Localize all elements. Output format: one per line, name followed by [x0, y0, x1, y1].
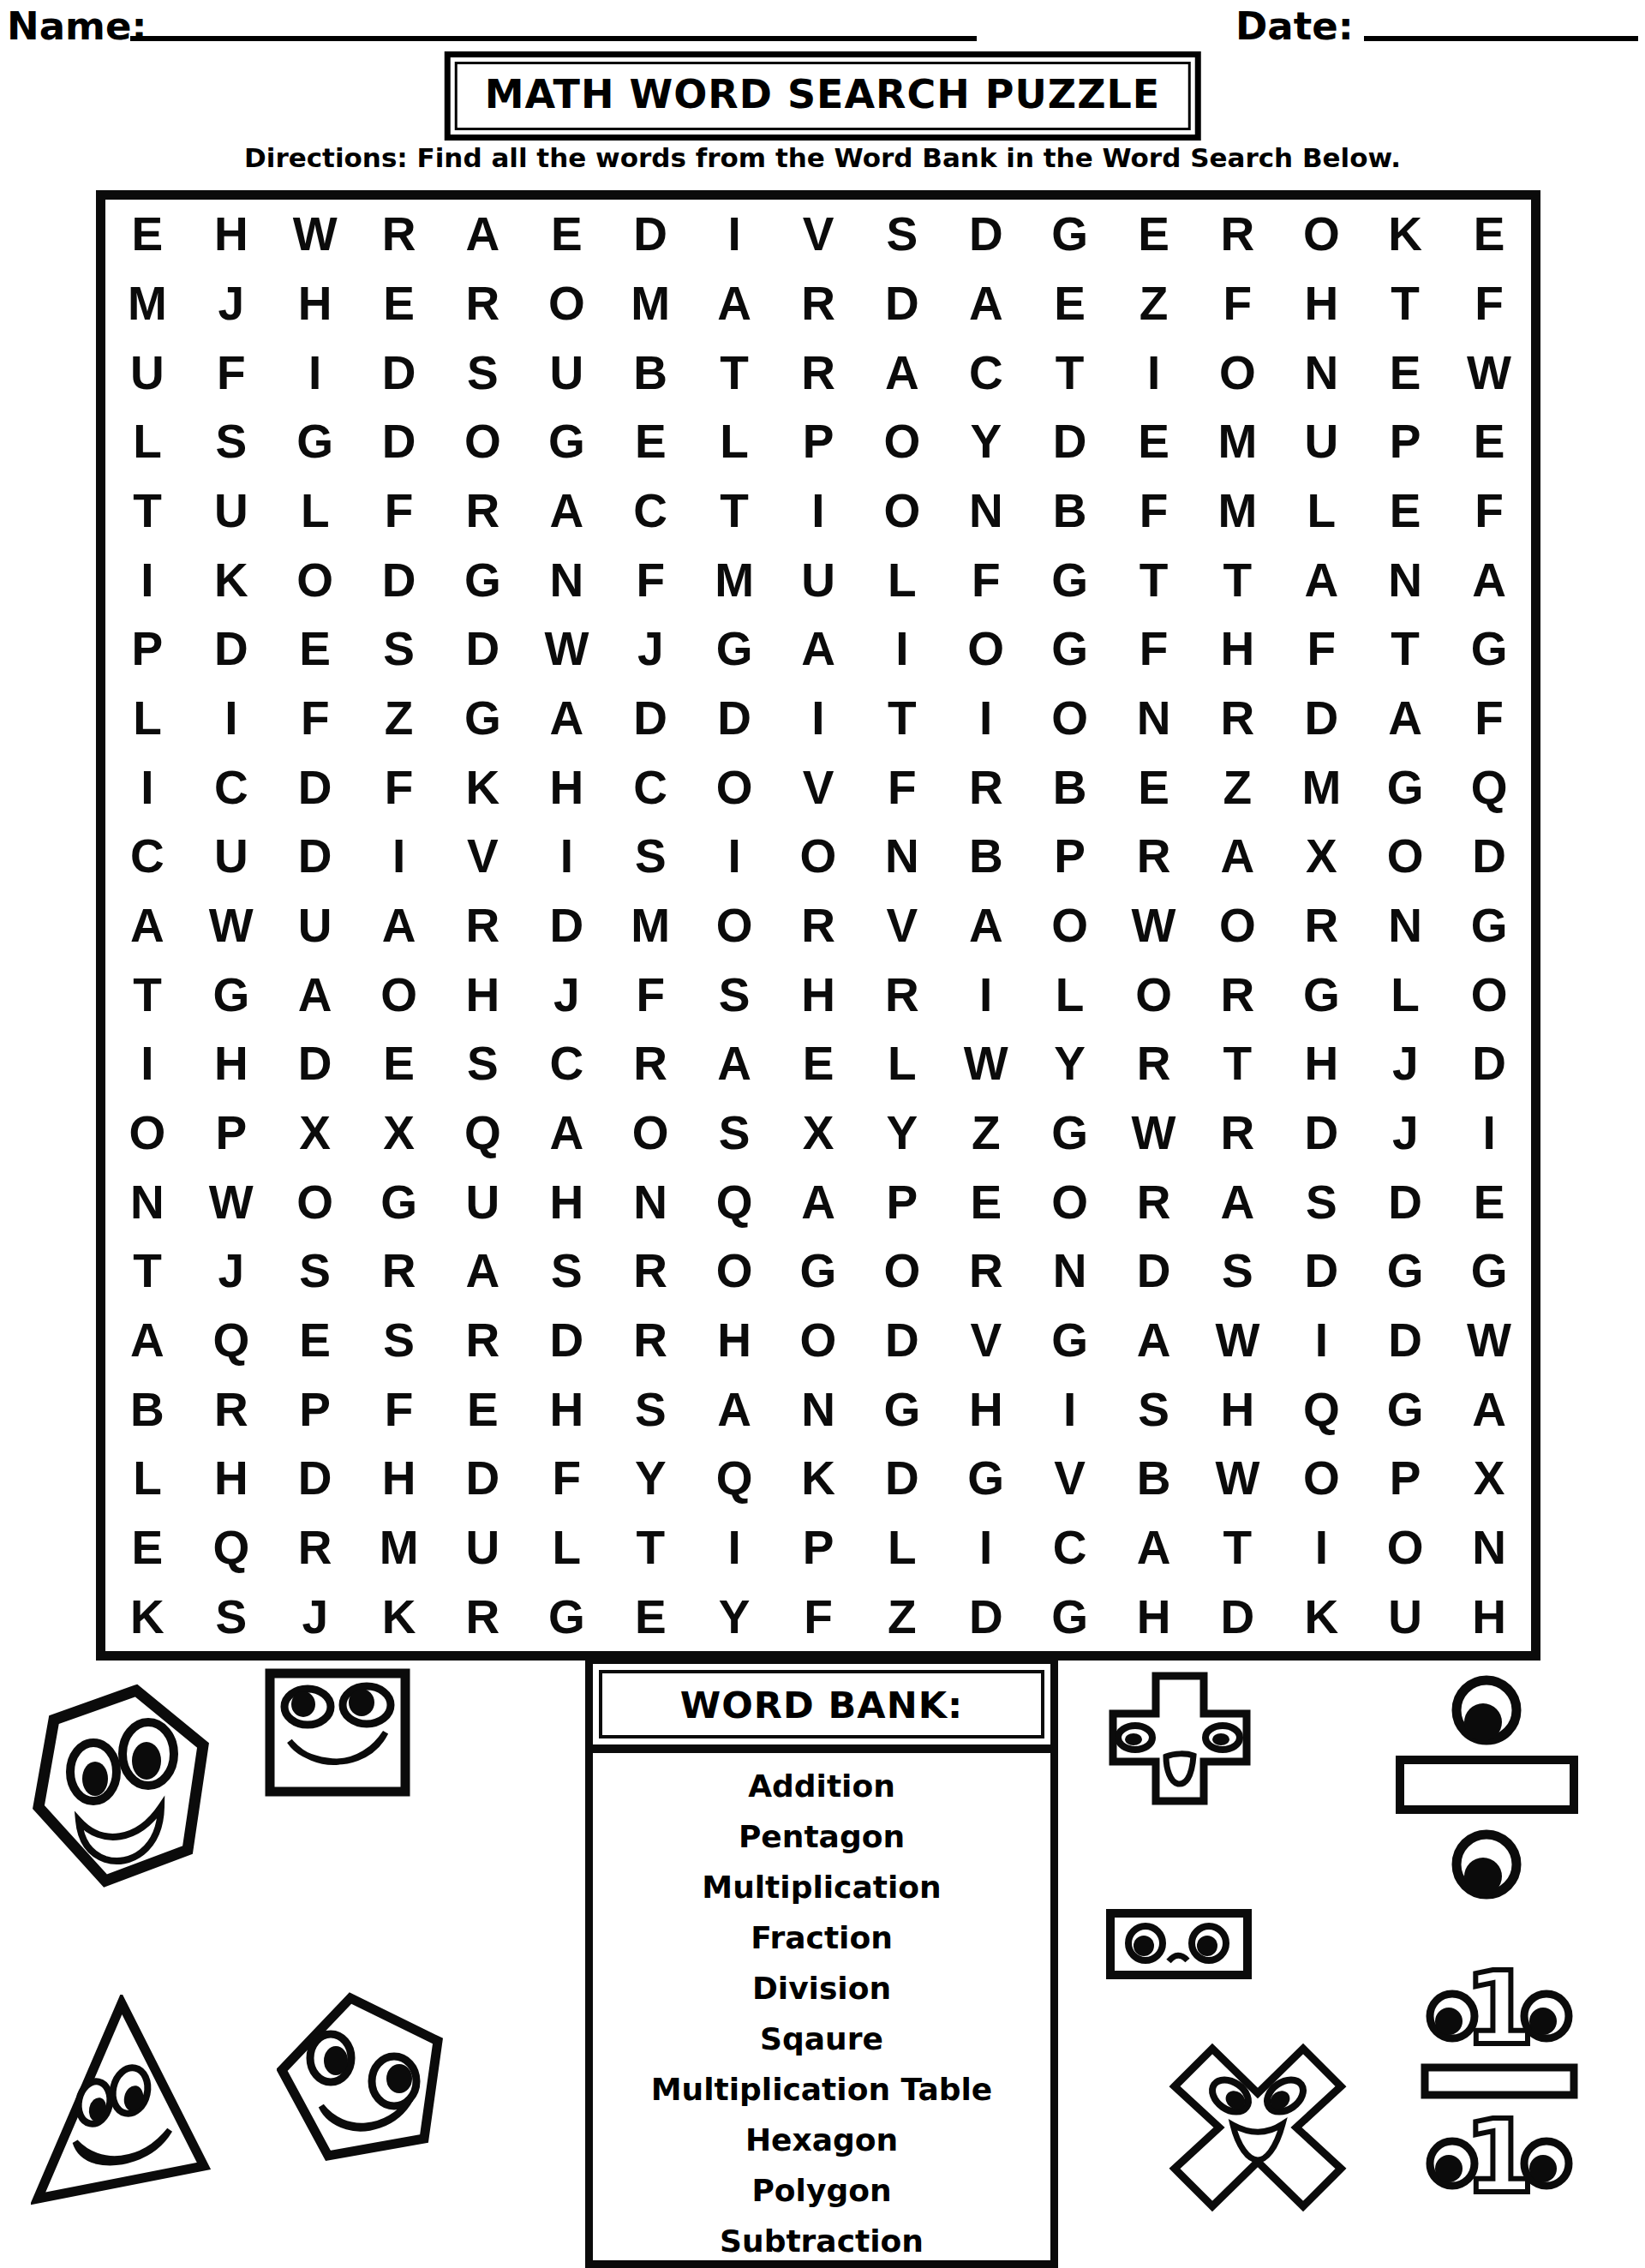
grid-cell: Q — [441, 1098, 525, 1168]
grid-cell: G — [692, 614, 776, 684]
grid-cell: B — [1028, 476, 1112, 546]
grid-cell: R — [1195, 960, 1279, 1029]
grid-cell: Z — [357, 684, 441, 753]
grid-cell: I — [524, 822, 608, 891]
grid-cell: P — [776, 1513, 860, 1583]
grid-cell: X — [273, 1098, 357, 1168]
grid-cell: F — [1447, 269, 1531, 338]
grid-cell: D — [1447, 822, 1531, 891]
grid-cell: M — [1195, 476, 1279, 546]
grid-cell: O — [1279, 200, 1363, 269]
grid-cell: U — [524, 338, 608, 407]
grid-cell: G — [1447, 614, 1531, 684]
grid-cell: G — [357, 1167, 441, 1236]
grid-cell: N — [1363, 891, 1447, 960]
grid-cell: S — [692, 960, 776, 1029]
grid-cell: D — [273, 1444, 357, 1513]
grid-cell: A — [692, 269, 776, 338]
grid-cell: T — [1112, 545, 1196, 614]
grid-cell: P — [776, 407, 860, 476]
grid-cell: J — [189, 269, 273, 338]
grid-cell: N — [1028, 1236, 1112, 1306]
grid-cell: G — [441, 684, 525, 753]
word-bank-item: Multiplication Table — [593, 2064, 1050, 2115]
grid-cell: N — [860, 822, 944, 891]
grid-cell: I — [1112, 338, 1196, 407]
grid-cell: R — [944, 1236, 1028, 1306]
word-bank-item: Addition — [593, 1761, 1050, 1811]
grid-cell: A — [273, 960, 357, 1029]
word-bank-separator — [593, 1744, 1050, 1753]
grid-cell: U — [776, 545, 860, 614]
grid-cell: R — [1112, 1029, 1196, 1098]
grid-cell: L — [860, 1513, 944, 1583]
grid-cell: A — [1112, 1513, 1196, 1583]
grid-cell: T — [692, 338, 776, 407]
grid-cell: T — [105, 1236, 189, 1306]
grid-cell: O — [692, 891, 776, 960]
grid-cell: G — [1028, 1582, 1112, 1651]
grid-cell: S — [357, 1306, 441, 1375]
grid-cell: L — [860, 545, 944, 614]
grid-cell: R — [441, 891, 525, 960]
grid-cell: E — [608, 1582, 692, 1651]
grid-cell: H — [189, 200, 273, 269]
grid-cell: B — [105, 1374, 189, 1444]
grid-cell: E — [1112, 200, 1196, 269]
grid-cell: G — [441, 545, 525, 614]
grid-cell: P — [105, 614, 189, 684]
grid-cell: U — [441, 1513, 525, 1583]
grid-cell: F — [944, 545, 1028, 614]
grid-cell: J — [273, 1582, 357, 1651]
grid-cell: P — [273, 1374, 357, 1444]
grid-cell: D — [608, 684, 692, 753]
title-box: MATH WORD SEARCH PUZZLE — [445, 51, 1201, 141]
grid-cell: I — [944, 1513, 1028, 1583]
grid-cell: D — [1195, 1582, 1279, 1651]
grid-cell: F — [524, 1444, 608, 1513]
grid-cell: R — [944, 752, 1028, 822]
grid-cell: D — [1363, 1306, 1447, 1375]
grid-cell: R — [1279, 891, 1363, 960]
grid-cell: C — [944, 338, 1028, 407]
grid-cell: K — [1363, 200, 1447, 269]
grid-cell: C — [105, 822, 189, 891]
grid-cell: L — [524, 1513, 608, 1583]
word-bank-item: Pentagon — [593, 1811, 1050, 1862]
grid-cell: E — [1112, 752, 1196, 822]
grid-cell: S — [441, 1029, 525, 1098]
grid-cell: B — [944, 822, 1028, 891]
grid-cell: G — [1363, 1236, 1447, 1306]
grid-cell: B — [608, 338, 692, 407]
grid-cell: O — [273, 545, 357, 614]
grid-cell: N — [1363, 545, 1447, 614]
grid-cell: G — [1279, 960, 1363, 1029]
fraction-face-decoration: 1 1 — [1418, 1930, 1581, 2213]
grid-cell: D — [273, 752, 357, 822]
grid-cell: O — [1028, 891, 1112, 960]
grid-cell: G — [1447, 891, 1531, 960]
grid-cell: I — [692, 822, 776, 891]
grid-cell: R — [608, 1306, 692, 1375]
grid-cell: W — [1112, 1098, 1196, 1168]
grid-cell: D — [357, 407, 441, 476]
grid-cell: I — [273, 338, 357, 407]
grid-cell: J — [524, 960, 608, 1029]
grid-cell: C — [189, 752, 273, 822]
grid-cell: G — [1363, 1374, 1447, 1444]
grid-cell: D — [273, 822, 357, 891]
grid-cell: S — [608, 1374, 692, 1444]
grid-cell: H — [944, 1374, 1028, 1444]
grid-cell: Z — [1195, 752, 1279, 822]
grid-cell: D — [524, 1306, 608, 1375]
grid-cell: R — [1112, 822, 1196, 891]
grid-cell: O — [524, 269, 608, 338]
grid-cell: T — [1195, 1513, 1279, 1583]
grid-cell: V — [860, 891, 944, 960]
word-bank-item: Fraction — [593, 1912, 1050, 1963]
grid-cell: I — [692, 200, 776, 269]
word-bank-title: WORD BANK: — [599, 1670, 1044, 1738]
grid-cell: S — [524, 1236, 608, 1306]
grid-cell: N — [524, 545, 608, 614]
grid-cell: H — [1279, 1029, 1363, 1098]
grid-cell: I — [776, 684, 860, 753]
grid-cell: P — [1363, 407, 1447, 476]
grid-cell: H — [357, 1444, 441, 1513]
grid-cell: I — [776, 476, 860, 546]
grid-cell: G — [524, 1582, 608, 1651]
grid-cell: E — [105, 1513, 189, 1583]
grid-cell: E — [524, 200, 608, 269]
grid-cell: H — [524, 1167, 608, 1236]
grid-cell: M — [357, 1513, 441, 1583]
grid-cell: H — [1279, 269, 1363, 338]
grid-cell: G — [1363, 752, 1447, 822]
grid-cell: P — [1028, 822, 1112, 891]
grid-cell: R — [776, 338, 860, 407]
grid-cell: S — [357, 614, 441, 684]
grid-cell: D — [860, 1306, 944, 1375]
grid-cell: Y — [608, 1444, 692, 1513]
grid-cell: E — [357, 1029, 441, 1098]
grid-cell: H — [1112, 1582, 1196, 1651]
grid-cell: T — [860, 684, 944, 753]
grid-cell: M — [1195, 407, 1279, 476]
grid-cell: U — [105, 338, 189, 407]
grid-cell: X — [357, 1098, 441, 1168]
grid-cell: I — [189, 684, 273, 753]
grid-cell: D — [189, 614, 273, 684]
grid-cell: S — [189, 1582, 273, 1651]
grid-cell: I — [105, 752, 189, 822]
grid-cell: E — [1447, 407, 1531, 476]
grid-cell: A — [1112, 1306, 1196, 1375]
grid-cell: K — [105, 1582, 189, 1651]
word-bank-item: Polygon — [593, 2165, 1050, 2216]
grid-cell: D — [944, 200, 1028, 269]
grid-cell: S — [189, 407, 273, 476]
grid-cell: C — [608, 752, 692, 822]
grid-cell: A — [524, 1098, 608, 1168]
grid-cell: F — [776, 1582, 860, 1651]
grid-cell: A — [944, 891, 1028, 960]
grid-cell: A — [105, 891, 189, 960]
grid-cell: X — [1279, 822, 1363, 891]
grid-cell: D — [944, 1582, 1028, 1651]
grid-cell: Z — [944, 1098, 1028, 1168]
grid-cell: R — [1195, 200, 1279, 269]
grid-cell: I — [105, 545, 189, 614]
grid-cell: R — [1112, 1167, 1196, 1236]
word-bank-item: Multiplication — [593, 1862, 1050, 1912]
page-title: MATH WORD SEARCH PUZZLE — [455, 62, 1191, 130]
grid-cell: O — [1195, 891, 1279, 960]
grid-cell: B — [1112, 1444, 1196, 1513]
grid-cell: A — [692, 1029, 776, 1098]
name-label: Name: — [7, 3, 147, 49]
grid-cell: U — [189, 822, 273, 891]
grid-cell: K — [1279, 1582, 1363, 1651]
grid-cell: D — [1279, 1236, 1363, 1306]
grid-cell: W — [524, 614, 608, 684]
grid-cell: R — [441, 1306, 525, 1375]
grid-cell: T — [692, 476, 776, 546]
grid-cell: W — [273, 200, 357, 269]
grid-cell: U — [1279, 407, 1363, 476]
grid-cell: F — [357, 476, 441, 546]
grid-cell: M — [608, 891, 692, 960]
grid-cell: V — [944, 1306, 1028, 1375]
grid-cell: D — [1279, 1098, 1363, 1168]
grid-cell: E — [1363, 476, 1447, 546]
grid-cell: E — [1447, 200, 1531, 269]
grid-cell: R — [776, 891, 860, 960]
grid-cell: Q — [1279, 1374, 1363, 1444]
grid-cell: M — [608, 269, 692, 338]
grid-cell: A — [441, 200, 525, 269]
grid-cell: Q — [692, 1167, 776, 1236]
grid-cell: Z — [860, 1582, 944, 1651]
grid-cell: P — [189, 1098, 273, 1168]
grid-cell: U — [441, 1167, 525, 1236]
grid-cell: Y — [860, 1098, 944, 1168]
grid-cell: V — [776, 200, 860, 269]
grid-cell: N — [776, 1374, 860, 1444]
grid-cell: M — [105, 269, 189, 338]
minus-face-decoration — [1105, 1908, 1253, 1980]
grid-cell: O — [692, 752, 776, 822]
grid-cell: D — [860, 269, 944, 338]
grid-cell: W — [1112, 891, 1196, 960]
grid-cell: O — [1028, 1167, 1112, 1236]
grid-cell: T — [1028, 338, 1112, 407]
grid-cell: L — [692, 407, 776, 476]
grid-cell: F — [357, 1374, 441, 1444]
grid-cell: F — [1279, 614, 1363, 684]
grid-cell: O — [776, 822, 860, 891]
grid-cell: H — [1195, 1374, 1279, 1444]
grid-cell: O — [776, 1306, 860, 1375]
grid-cell: H — [441, 960, 525, 1029]
grid-cell: S — [441, 338, 525, 407]
grid-cell: A — [524, 476, 608, 546]
grid-cell: O — [1279, 1444, 1363, 1513]
square-face-decoration — [264, 1667, 411, 1798]
grid-cell: A — [1279, 545, 1363, 614]
grid-cell: G — [944, 1444, 1028, 1513]
grid-cell: O — [441, 407, 525, 476]
grid-cell: D — [1279, 684, 1363, 753]
grid-cell: X — [1447, 1444, 1531, 1513]
grid-cell: F — [273, 684, 357, 753]
grid-cell: A — [1363, 684, 1447, 753]
grid-cell: O — [357, 960, 441, 1029]
grid-cell: P — [1363, 1444, 1447, 1513]
grid-cell: A — [1447, 1374, 1531, 1444]
grid-cell: D — [608, 200, 692, 269]
grid-cell: E — [105, 200, 189, 269]
grid-cell: R — [273, 1513, 357, 1583]
grid-cell: F — [1195, 269, 1279, 338]
grid-cell: O — [860, 1236, 944, 1306]
grid-cell: J — [1363, 1029, 1447, 1098]
grid-cell: T — [1195, 1029, 1279, 1098]
grid-cell: N — [1112, 684, 1196, 753]
grid-cell: I — [357, 822, 441, 891]
grid-cell: O — [944, 614, 1028, 684]
triangle-face-decoration — [31, 1995, 211, 2207]
grid-cell: N — [1447, 1513, 1531, 1583]
date-label: Date: — [1235, 3, 1354, 49]
hexagon-face-decoration — [30, 1682, 212, 1915]
grid-cell: D — [441, 1444, 525, 1513]
grid-cell: G — [860, 1374, 944, 1444]
grid-cell: R — [441, 1582, 525, 1651]
grid-cell: R — [441, 476, 525, 546]
grid-cell: R — [776, 269, 860, 338]
word-bank-item: Division — [593, 1963, 1050, 2014]
grid-cell: G — [1028, 545, 1112, 614]
word-bank-item: Hexagon — [593, 2115, 1050, 2165]
grid-cell: E — [944, 1167, 1028, 1236]
word-bank-item: Subtraction — [593, 2216, 1050, 2266]
grid-cell: E — [273, 614, 357, 684]
grid-cell: I — [1028, 1374, 1112, 1444]
grid-cell: D — [1447, 1029, 1531, 1098]
plus-face-decoration — [1108, 1671, 1252, 1806]
grid-cell: T — [1363, 269, 1447, 338]
grid-cell: D — [1363, 1167, 1447, 1236]
grid-cell: H — [189, 1029, 273, 1098]
grid-cell: J — [1363, 1098, 1447, 1168]
grid-cell: I — [105, 1029, 189, 1098]
grid-cell: V — [776, 752, 860, 822]
grid-cell: E — [608, 407, 692, 476]
word-search-grid: EHWRAEDIVSDGEROKEMJHEROMARDAEZFHTFUFIDSU… — [96, 190, 1540, 1661]
grid-cell: I — [1279, 1513, 1363, 1583]
grid-cell: R — [1195, 684, 1279, 753]
grid-cell: R — [608, 1029, 692, 1098]
grid-cell: F — [1112, 614, 1196, 684]
grid-cell: L — [273, 476, 357, 546]
grid-cell: A — [944, 269, 1028, 338]
grid-cell: N — [1279, 338, 1363, 407]
grid-cell: K — [357, 1582, 441, 1651]
grid-cell: G — [1028, 614, 1112, 684]
grid-cell: H — [776, 960, 860, 1029]
grid-cell: L — [1363, 960, 1447, 1029]
grid-cell: W — [1447, 338, 1531, 407]
grid-cell: G — [1447, 1236, 1531, 1306]
grid-cell: T — [1195, 545, 1279, 614]
grid-cell: T — [608, 1513, 692, 1583]
grid-cell: W — [1447, 1306, 1531, 1375]
grid-cell: C — [524, 1029, 608, 1098]
grid-cell: Z — [1112, 269, 1196, 338]
grid-cell: G — [189, 960, 273, 1029]
grid-cell: C — [608, 476, 692, 546]
grid-cell: A — [1447, 545, 1531, 614]
grid-cell: L — [105, 1444, 189, 1513]
grid-cell: D — [357, 338, 441, 407]
grid-cell: M — [1279, 752, 1363, 822]
grid-cell: E — [776, 1029, 860, 1098]
grid-cell: O — [1447, 960, 1531, 1029]
grid-cell: M — [692, 545, 776, 614]
grid-cell: O — [1028, 684, 1112, 753]
grid-cell: S — [860, 200, 944, 269]
grid-cell: A — [524, 684, 608, 753]
grid-cell: H — [1195, 614, 1279, 684]
grid-cell: L — [1028, 960, 1112, 1029]
grid-cell: R — [441, 269, 525, 338]
grid-cell: O — [860, 407, 944, 476]
grid-cell: R — [860, 960, 944, 1029]
grid-cell: E — [1447, 1167, 1531, 1236]
grid-cell: S — [1112, 1374, 1196, 1444]
grid-cell: E — [357, 269, 441, 338]
grid-cell: O — [1363, 822, 1447, 891]
grid-cell: K — [776, 1444, 860, 1513]
grid-cell: T — [1363, 614, 1447, 684]
grid-cell: I — [944, 960, 1028, 1029]
grid-cell: D — [524, 891, 608, 960]
worksheet-page: Name: Date: MATH WORD SEARCH PUZZLE Dire… — [0, 0, 1645, 2268]
grid-cell: F — [1447, 476, 1531, 546]
grid-cell: A — [776, 1167, 860, 1236]
grid-cell: Y — [1028, 1029, 1112, 1098]
grid-cell: O — [608, 1098, 692, 1168]
grid-cell: R — [189, 1374, 273, 1444]
grid-cell: D — [1028, 407, 1112, 476]
directions-text: Directions: Find all the words from the … — [0, 142, 1645, 173]
grid-cell: L — [105, 407, 189, 476]
grid-cell: I — [692, 1513, 776, 1583]
grid-cell: T — [105, 960, 189, 1029]
grid-cell: H — [692, 1306, 776, 1375]
divide-face-decoration — [1395, 1675, 1579, 1902]
grid-cell: K — [189, 545, 273, 614]
grid-cell: G — [1028, 1306, 1112, 1375]
grid-cell: H — [524, 752, 608, 822]
grid-cell: A — [441, 1236, 525, 1306]
grid-cell: D — [1112, 1236, 1196, 1306]
grid-cell: F — [860, 752, 944, 822]
